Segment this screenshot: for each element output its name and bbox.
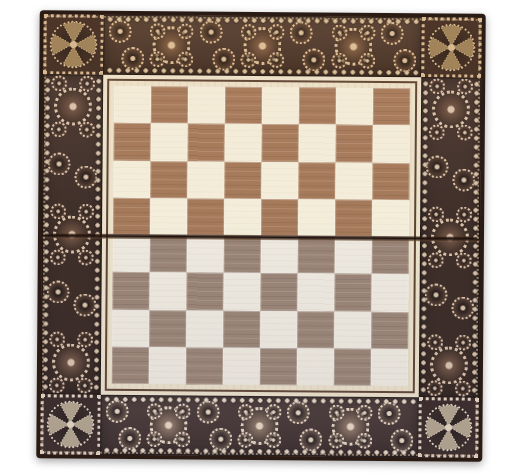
carved-circle-ornament — [451, 296, 474, 319]
carved-circle-ornament — [287, 401, 310, 424]
carved-circle-ornament — [356, 405, 372, 421]
carved-circle-ornament — [452, 168, 475, 191]
square-f2[interactable] — [297, 311, 334, 349]
square-b2[interactable] — [149, 310, 186, 348]
square-g4[interactable] — [335, 237, 372, 275]
maltese-cross-icon — [421, 400, 475, 454]
carved-circle-ornament — [455, 381, 471, 397]
carved-circle-ornament — [428, 252, 444, 268]
square-f7[interactable] — [299, 125, 336, 163]
square-c8[interactable] — [188, 86, 225, 124]
carved-circle-ornament — [457, 79, 473, 95]
square-d8[interactable] — [225, 87, 262, 125]
square-a2[interactable] — [112, 309, 149, 347]
border-medallion-unit — [41, 266, 102, 330]
square-d1[interactable] — [223, 347, 260, 385]
carved-circle-ornament — [174, 431, 190, 447]
corner-maltese-cross-bottom-left — [40, 394, 100, 454]
square-c7[interactable] — [188, 124, 225, 162]
carved-circle-ornament — [50, 249, 66, 265]
carved-circle-ornament — [359, 53, 375, 69]
corner-maltese-cross-top-right — [421, 17, 481, 77]
maltese-cross-icon — [43, 397, 97, 451]
playing-field — [101, 75, 422, 397]
square-a4[interactable] — [113, 235, 150, 273]
carved-circle-ornament — [300, 428, 323, 451]
square-c6[interactable] — [187, 161, 224, 199]
square-a5[interactable] — [113, 198, 150, 236]
carved-circle-ornament — [265, 432, 281, 448]
border-medallion-unit — [237, 396, 283, 456]
carved-circle-ornament — [429, 124, 445, 140]
square-h2[interactable] — [371, 311, 408, 349]
square-b4[interactable] — [150, 235, 187, 273]
square-h8[interactable] — [373, 88, 410, 126]
carved-circle-ornament — [359, 25, 375, 41]
square-g6[interactable] — [335, 162, 372, 200]
corner-maltese-cross-top-left — [43, 14, 103, 74]
carved-circle-ornament — [457, 125, 473, 141]
border-medallion-unit — [191, 395, 237, 455]
square-g7[interactable] — [336, 125, 373, 163]
carved-circle-ornament — [121, 47, 144, 70]
square-a3[interactable] — [112, 272, 149, 310]
chess-grid — [112, 86, 410, 386]
carved-circle-ornament — [393, 49, 416, 72]
carved-circle-ornament — [177, 23, 193, 39]
carved-circle-ornament — [47, 152, 70, 175]
carved-circle-ornament — [199, 21, 222, 44]
square-b5[interactable] — [150, 198, 187, 236]
carved-circle-ornament — [52, 343, 90, 381]
square-h5[interactable] — [372, 200, 409, 238]
carved-circle-ornament — [427, 334, 443, 350]
carved-circle-ornament — [105, 400, 128, 423]
carved-circle-ornament — [73, 293, 96, 316]
border-medallion-unit — [41, 330, 102, 394]
square-d7[interactable] — [225, 124, 262, 162]
carved-circle-ornament — [79, 76, 95, 92]
carved-circle-ornament — [78, 250, 94, 266]
carved-circle-ornament — [356, 433, 372, 449]
border-medallion-unit — [285, 16, 331, 76]
border-medallion-unit — [240, 16, 286, 76]
carved-circle-ornament — [77, 378, 93, 394]
carved-circle-ornament — [241, 52, 257, 68]
carved-circle-ornament — [378, 402, 401, 425]
photo-background — [0, 0, 525, 475]
carved-circle-ornament — [390, 429, 413, 452]
carved-circle-ornament — [147, 431, 163, 447]
carved-circle-ornament — [51, 121, 67, 137]
carved-circle-ornament — [456, 253, 472, 269]
border-medallion-unit — [282, 396, 328, 456]
border-medallion-unit — [419, 333, 480, 397]
square-g3[interactable] — [334, 274, 371, 312]
carved-circle-ornament — [53, 215, 91, 253]
carved-circle-ornament — [79, 122, 95, 138]
carved-circle-ornament — [51, 75, 67, 91]
carved-circle-ornament — [74, 165, 97, 188]
carved-border-right — [419, 77, 482, 397]
carved-border-top — [103, 15, 421, 77]
square-e2[interactable] — [260, 310, 297, 348]
carved-circle-ornament — [77, 332, 93, 348]
square-d4[interactable] — [224, 236, 261, 274]
border-medallion-unit — [42, 202, 103, 266]
square-h6[interactable] — [372, 162, 409, 200]
square-d3[interactable] — [223, 273, 260, 311]
maltese-cross-icon — [424, 20, 478, 74]
square-e1[interactable] — [260, 348, 297, 386]
square-f6[interactable] — [298, 162, 335, 200]
carved-circle-ornament — [432, 90, 470, 128]
carved-circle-ornament — [455, 335, 471, 351]
square-g2[interactable] — [334, 311, 371, 349]
border-medallion-unit — [146, 395, 192, 455]
square-h3[interactable] — [371, 274, 408, 312]
carved-circle-ornament — [331, 53, 347, 69]
carved-circle-ornament — [303, 48, 326, 71]
border-medallion-unit — [420, 205, 481, 269]
carved-border-bottom — [100, 395, 418, 457]
carved-circle-ornament — [177, 51, 193, 67]
square-h7[interactable] — [373, 125, 410, 163]
carved-circle-ornament — [381, 22, 404, 45]
carved-circle-ornament — [424, 283, 447, 306]
square-g1[interactable] — [334, 348, 371, 386]
carved-circle-ornament — [265, 404, 281, 420]
border-medallion-unit — [100, 395, 146, 455]
carved-circle-ornament — [174, 403, 190, 419]
carved-circle-ornament — [50, 203, 66, 219]
chess-board — [36, 10, 486, 461]
square-b8[interactable] — [151, 86, 188, 124]
carved-border-left — [41, 74, 104, 394]
square-a7[interactable] — [114, 123, 151, 161]
square-f1[interactable] — [297, 348, 334, 386]
border-medallion-unit — [330, 17, 376, 77]
border-medallion-unit — [149, 15, 195, 75]
square-d6[interactable] — [224, 161, 261, 199]
carved-circle-ornament — [428, 206, 444, 222]
square-b3[interactable] — [149, 272, 186, 310]
square-b1[interactable] — [149, 347, 186, 385]
carved-circle-ornament — [431, 218, 469, 256]
square-e8[interactable] — [262, 87, 299, 125]
square-c4[interactable] — [187, 235, 224, 273]
square-f4[interactable] — [298, 236, 335, 274]
square-e4[interactable] — [261, 236, 298, 274]
carved-circle-ornament — [290, 21, 313, 44]
border-medallion-unit — [376, 17, 422, 77]
square-h4[interactable] — [372, 237, 409, 275]
square-a6[interactable] — [113, 160, 150, 198]
square-c3[interactable] — [186, 273, 223, 311]
square-c1[interactable] — [186, 347, 223, 385]
carved-circle-ornament — [209, 428, 232, 451]
square-a1[interactable] — [112, 347, 149, 385]
carved-circle-ornament — [268, 52, 284, 68]
border-medallion-unit — [43, 74, 104, 138]
carved-circle-ornament — [425, 155, 448, 178]
carved-circle-ornament — [268, 24, 284, 40]
border-medallion-unit — [419, 269, 480, 333]
carved-circle-ornament — [429, 78, 445, 94]
carved-circle-ornament — [49, 377, 65, 393]
carved-circle-ornament — [150, 51, 166, 67]
maltese-cross-icon — [46, 17, 100, 71]
border-medallion-unit — [420, 141, 481, 205]
square-f5[interactable] — [298, 199, 335, 237]
carved-circle-ornament — [212, 48, 235, 71]
border-medallion-unit — [421, 77, 482, 141]
inlay-pinstripe-frame — [105, 79, 417, 393]
carved-circle-ornament — [46, 280, 69, 303]
carved-circle-ornament — [427, 380, 443, 396]
square-e6[interactable] — [261, 162, 298, 200]
square-b7[interactable] — [151, 123, 188, 161]
square-e7[interactable] — [262, 124, 299, 162]
square-b6[interactable] — [150, 161, 187, 199]
carved-circle-ornament — [196, 400, 219, 423]
carved-circle-ornament — [238, 432, 254, 448]
square-c5[interactable] — [187, 198, 224, 236]
square-h1[interactable] — [371, 349, 408, 387]
border-medallion-unit — [103, 15, 149, 75]
carved-circle-ornament — [118, 427, 141, 450]
carved-circle-ornament — [108, 20, 131, 43]
border-medallion-unit — [194, 15, 240, 75]
corner-maltese-cross-bottom-right — [418, 397, 478, 457]
square-e5[interactable] — [261, 199, 298, 237]
square-d5[interactable] — [224, 198, 261, 236]
border-medallion-unit — [327, 397, 373, 457]
border-medallion-unit — [373, 397, 419, 457]
square-e3[interactable] — [260, 273, 297, 311]
carved-circle-ornament — [78, 204, 94, 220]
carved-circle-ornament — [328, 433, 344, 449]
square-g8[interactable] — [336, 88, 373, 126]
border-medallion-unit — [42, 138, 103, 202]
square-g5[interactable] — [335, 199, 372, 237]
carved-circle-ornament — [54, 87, 92, 125]
square-c2[interactable] — [186, 310, 223, 348]
square-d2[interactable] — [223, 310, 260, 348]
square-a8[interactable] — [114, 86, 151, 124]
carved-circle-ornament — [430, 346, 468, 384]
carved-circle-ornament — [49, 331, 65, 347]
square-f3[interactable] — [297, 274, 334, 312]
carved-circle-ornament — [456, 207, 472, 223]
square-f8[interactable] — [299, 87, 336, 125]
